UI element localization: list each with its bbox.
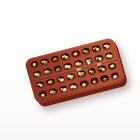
seed: [36, 73, 40, 76]
seed: [56, 68, 60, 71]
seed: [64, 55, 68, 58]
seed: [41, 93, 45, 96]
pit-hollow: [59, 85, 69, 94]
seed: [82, 83, 86, 86]
pit-hollow: [102, 42, 112, 51]
pit-hollow: [81, 47, 91, 56]
pit-hollow: [89, 77, 99, 86]
seed: [53, 58, 57, 61]
seed: [74, 53, 78, 56]
seed: [39, 83, 43, 86]
seed: [103, 77, 107, 80]
seed: [32, 63, 36, 66]
seed: [78, 63, 82, 66]
pit-hollow: [38, 91, 48, 100]
seed: [109, 55, 113, 58]
pit-hollow: [79, 80, 89, 89]
seed: [106, 45, 110, 48]
seed: [60, 78, 64, 81]
pit-hollow: [29, 60, 39, 69]
seed: [95, 47, 99, 50]
pit-hollow: [71, 50, 81, 59]
seed: [110, 65, 114, 68]
seed: [47, 71, 51, 74]
seed: [85, 50, 89, 53]
pit-hollow: [69, 83, 79, 92]
seed: [44, 61, 48, 64]
seed: [73, 86, 77, 89]
seed: [63, 88, 67, 91]
seed: [69, 76, 73, 79]
seed: [113, 75, 117, 78]
pit-hollow: [48, 88, 58, 97]
pit-hollow: [91, 44, 101, 53]
pit-hollow: [50, 55, 60, 64]
pit-hollow: [60, 52, 70, 61]
seed: [92, 80, 96, 83]
pit-hollow: [110, 72, 120, 81]
photo-background: [0, 0, 140, 140]
seed: [91, 70, 95, 73]
seed: [48, 81, 52, 84]
pit-r1-c8[interactable]: [101, 41, 113, 52]
pit-hollow: [100, 75, 110, 84]
seed: [79, 74, 83, 77]
seed: [52, 91, 56, 94]
pit-r4-c8[interactable]: [109, 71, 121, 82]
seed: [101, 68, 105, 71]
mancala-board: [24, 37, 126, 104]
board-top-surface: [24, 37, 126, 104]
seed: [98, 57, 102, 60]
seed: [67, 65, 71, 68]
pit-hollow: [40, 58, 50, 67]
